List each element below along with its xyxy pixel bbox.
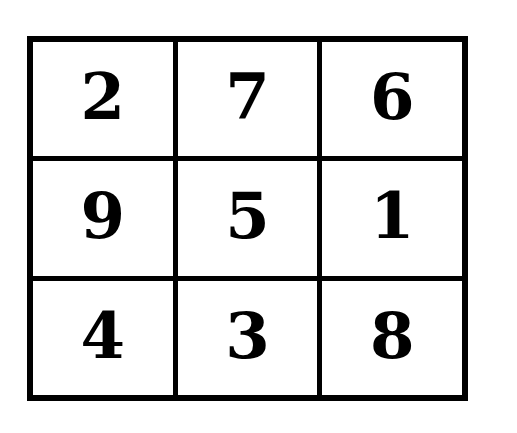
cell-r3c2: 3	[178, 281, 318, 395]
cell-value: 2	[81, 65, 126, 129]
cell-value: 5	[225, 184, 270, 248]
cell-value: 8	[370, 304, 415, 368]
page: 2 7 6 9 5 1 4 3 8	[0, 0, 517, 433]
cell-r2c2: 5	[178, 161, 318, 275]
cell-r1c1: 2	[33, 42, 173, 156]
cell-r3c3: 8	[322, 281, 462, 395]
cell-value: 6	[370, 65, 415, 129]
cell-value: 7	[225, 65, 270, 129]
cell-r2c1: 9	[33, 161, 173, 275]
cell-value: 3	[225, 304, 270, 368]
cell-r1c3: 6	[322, 42, 462, 156]
cell-value: 9	[81, 184, 126, 248]
magic-square-board: 2 7 6 9 5 1 4 3 8	[27, 36, 468, 401]
cell-value: 1	[370, 184, 415, 248]
cell-r1c2: 7	[178, 42, 318, 156]
cell-r3c1: 4	[33, 281, 173, 395]
cell-value: 4	[81, 304, 126, 368]
cell-r2c3: 1	[322, 161, 462, 275]
